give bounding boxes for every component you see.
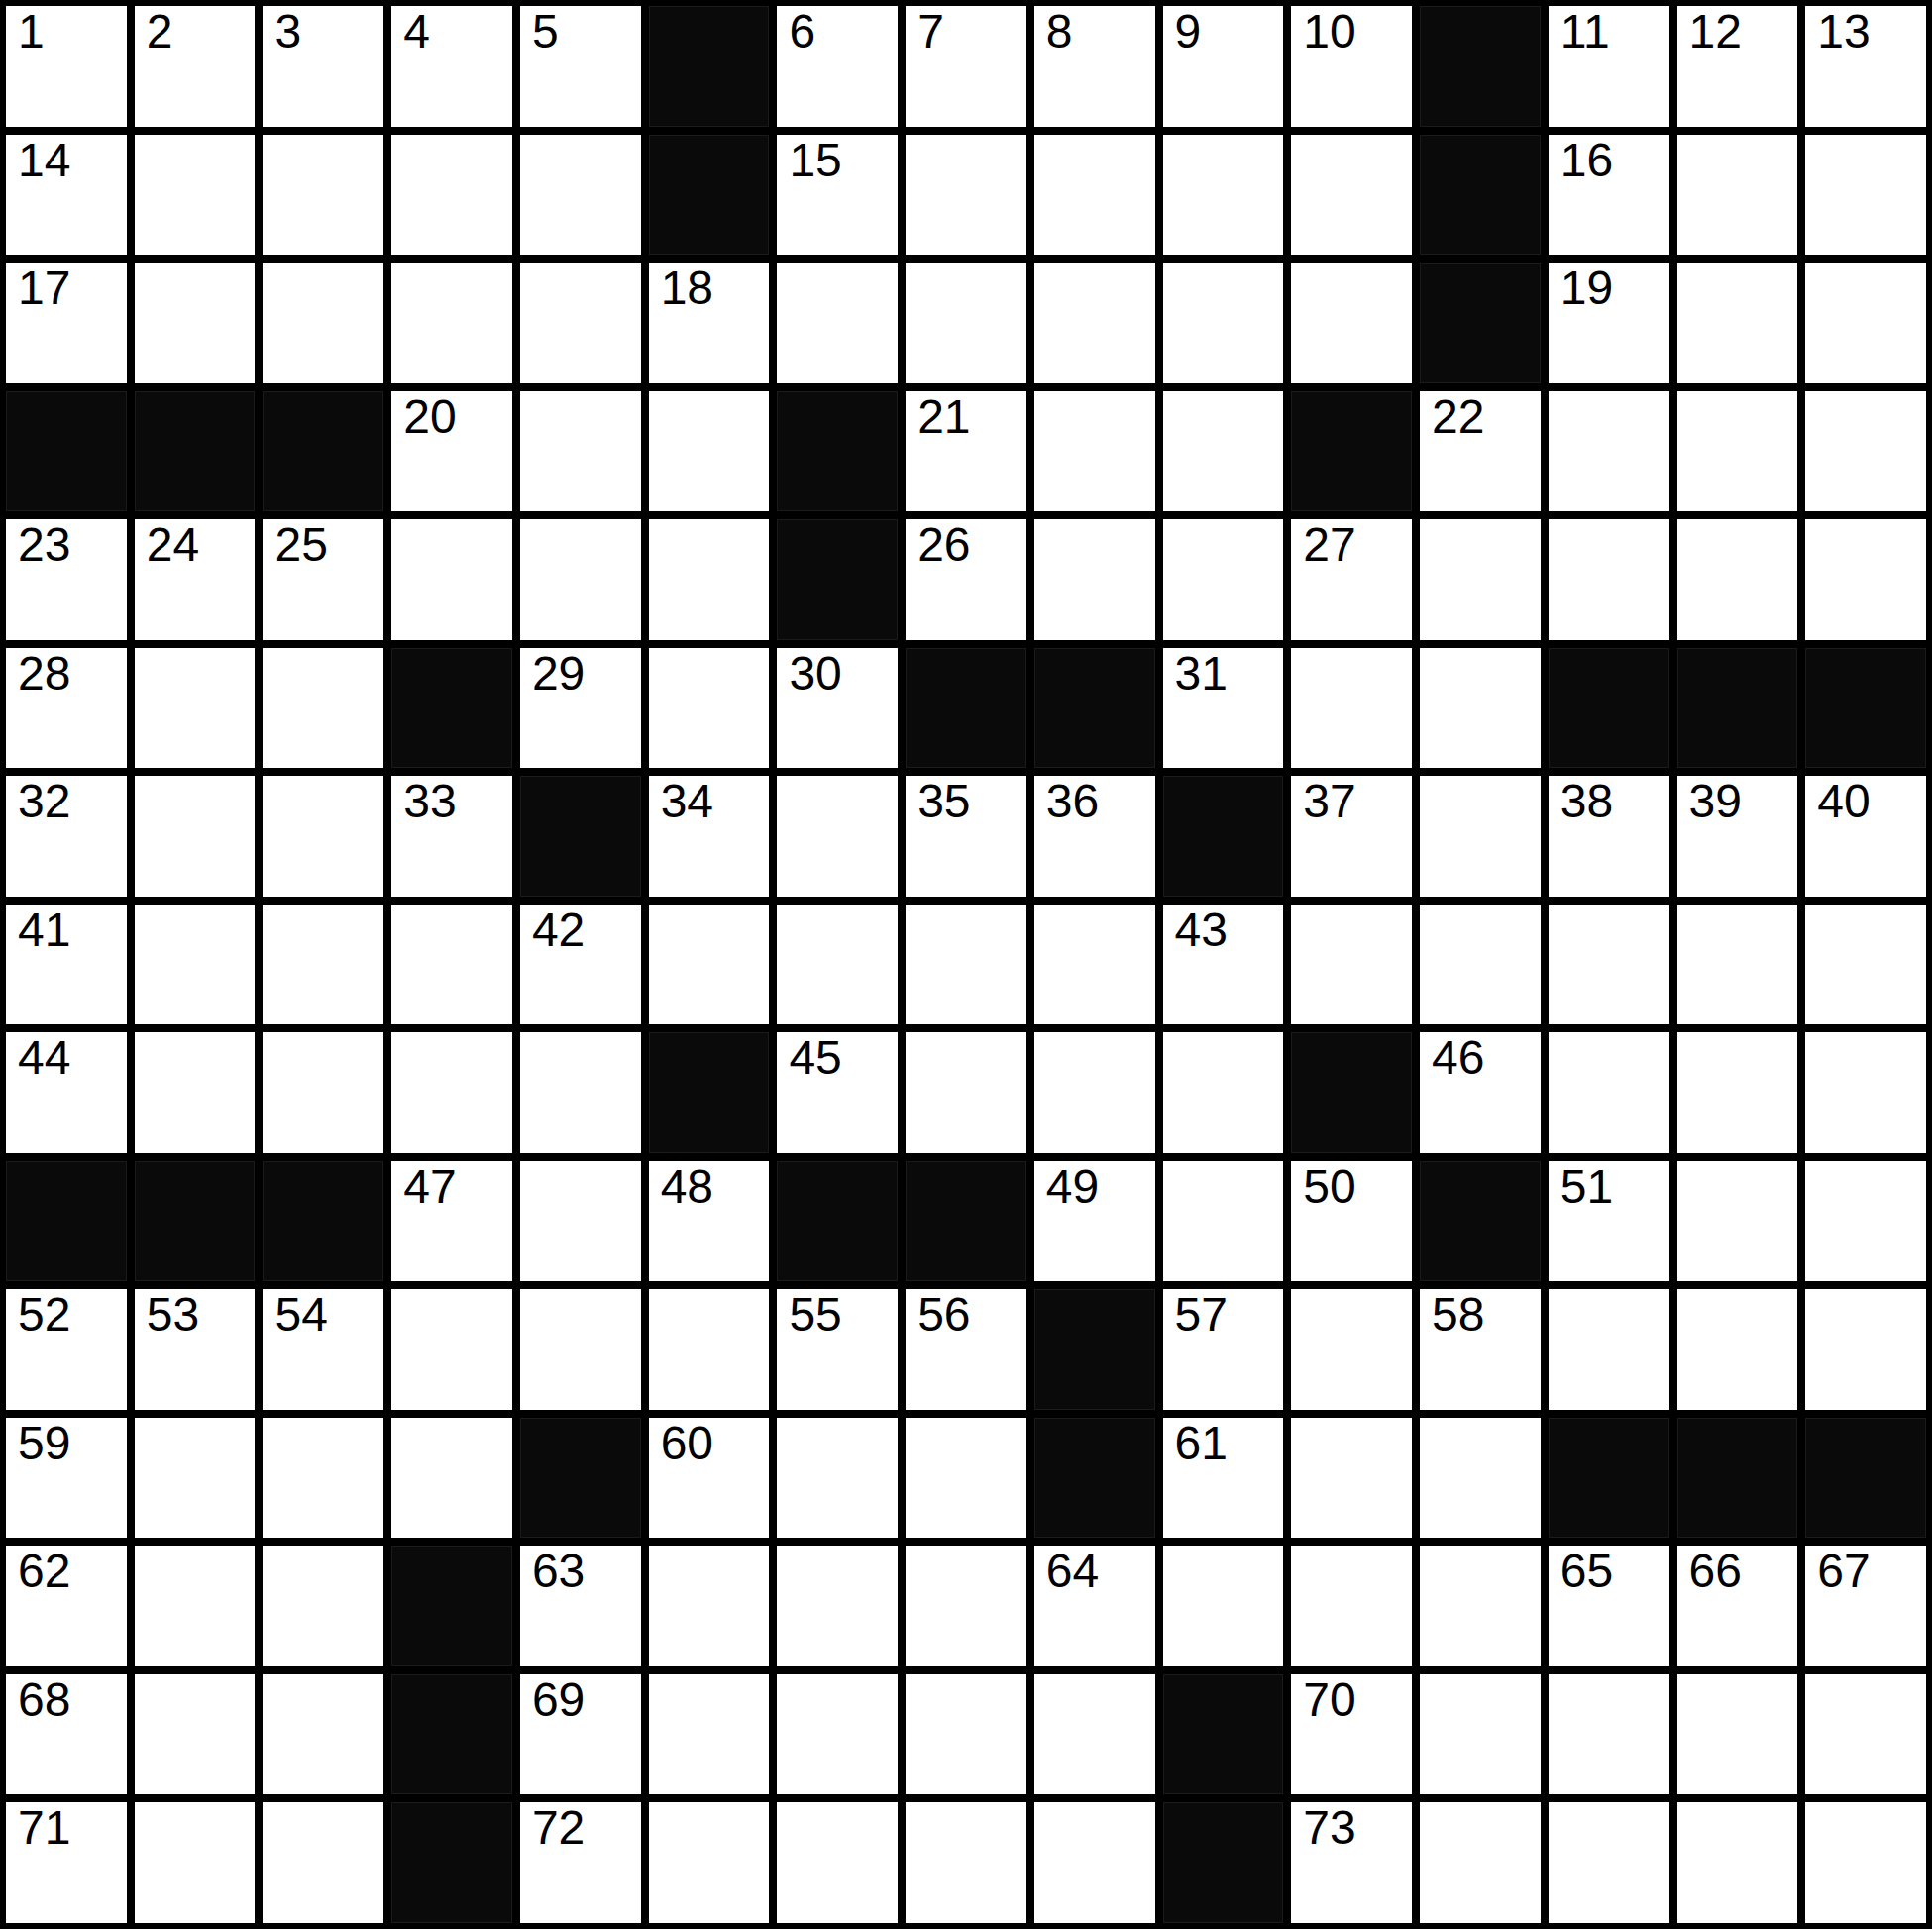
black-cell xyxy=(263,391,383,512)
clue-number: 64 xyxy=(1046,1548,1099,1595)
white-cell[interactable]: 8 xyxy=(1034,6,1155,127)
white-cell[interactable]: 65 xyxy=(1549,1546,1669,1666)
clue-number: 20 xyxy=(403,393,456,441)
white-cell[interactable] xyxy=(1677,1674,1798,1795)
white-cell[interactable]: 62 xyxy=(6,1546,127,1666)
white-cell[interactable]: 28 xyxy=(6,648,127,769)
clue-number: 8 xyxy=(1046,8,1073,55)
white-cell[interactable]: 40 xyxy=(1805,776,1926,897)
white-cell[interactable]: 4 xyxy=(391,6,512,127)
clue-number: 28 xyxy=(18,650,70,697)
white-cell[interactable] xyxy=(1805,1032,1926,1153)
clue-number: 21 xyxy=(917,393,970,441)
white-cell[interactable]: 25 xyxy=(263,519,383,640)
black-cell xyxy=(1034,1289,1155,1410)
white-cell[interactable] xyxy=(1034,263,1155,383)
black-cell xyxy=(391,1674,512,1795)
clue-number: 68 xyxy=(18,1676,70,1724)
white-cell[interactable] xyxy=(1805,1802,1926,1923)
clue-number: 9 xyxy=(1175,8,1202,55)
white-cell[interactable] xyxy=(777,263,898,383)
clue-number: 26 xyxy=(917,521,970,569)
white-cell[interactable] xyxy=(1805,1161,1926,1282)
white-cell[interactable]: 12 xyxy=(1677,6,1798,127)
clue-number: 59 xyxy=(18,1420,70,1467)
black-cell xyxy=(1549,1418,1669,1539)
white-cell[interactable]: 53 xyxy=(135,1289,256,1410)
white-cell[interactable] xyxy=(649,391,770,512)
white-cell[interactable] xyxy=(1163,1032,1284,1153)
black-cell xyxy=(1291,1032,1412,1153)
clue-number: 17 xyxy=(18,265,70,312)
white-cell[interactable]: 7 xyxy=(906,6,1026,127)
white-cell[interactable]: 63 xyxy=(520,1546,641,1666)
white-cell[interactable]: 1 xyxy=(6,6,127,127)
white-cell[interactable]: 11 xyxy=(1549,6,1669,127)
white-cell[interactable]: 35 xyxy=(906,776,1026,897)
clue-number: 14 xyxy=(18,137,70,184)
white-cell[interactable] xyxy=(1677,1289,1798,1410)
clue-number: 63 xyxy=(532,1548,585,1595)
white-cell[interactable] xyxy=(520,135,641,256)
clue-number: 2 xyxy=(147,8,173,55)
white-cell[interactable] xyxy=(1805,391,1926,512)
white-cell[interactable]: 26 xyxy=(906,519,1026,640)
white-cell[interactable] xyxy=(1677,519,1798,640)
black-cell xyxy=(135,391,256,512)
white-cell[interactable]: 55 xyxy=(777,1289,898,1410)
black-cell xyxy=(1420,1161,1541,1282)
clue-number: 38 xyxy=(1560,778,1613,825)
white-cell[interactable] xyxy=(520,263,641,383)
black-cell xyxy=(777,391,898,512)
white-cell[interactable]: 39 xyxy=(1677,776,1798,897)
black-cell xyxy=(649,1032,770,1153)
clue-number: 18 xyxy=(661,265,713,312)
white-cell[interactable] xyxy=(263,1418,383,1539)
white-cell[interactable]: 32 xyxy=(6,776,127,897)
white-cell[interactable] xyxy=(263,263,383,383)
white-cell[interactable] xyxy=(1677,1032,1798,1153)
white-cell[interactable]: 37 xyxy=(1291,776,1412,897)
white-cell[interactable]: 14 xyxy=(6,135,127,256)
white-cell[interactable] xyxy=(1549,391,1669,512)
clue-number: 52 xyxy=(18,1291,70,1339)
clue-number: 34 xyxy=(661,778,713,825)
clue-number: 73 xyxy=(1303,1804,1355,1852)
white-cell[interactable] xyxy=(135,1674,256,1795)
white-cell[interactable] xyxy=(1420,776,1541,897)
clue-number: 40 xyxy=(1817,778,1870,825)
white-cell[interactable] xyxy=(1163,391,1284,512)
white-cell[interactable] xyxy=(1291,1289,1412,1410)
black-cell xyxy=(649,135,770,256)
white-cell[interactable] xyxy=(1420,1674,1541,1795)
clue-number: 56 xyxy=(917,1291,970,1339)
clue-number: 49 xyxy=(1046,1163,1099,1211)
white-cell[interactable]: 49 xyxy=(1034,1161,1155,1282)
white-cell[interactable] xyxy=(1034,519,1155,640)
clue-number: 61 xyxy=(1175,1420,1228,1467)
white-cell[interactable]: 38 xyxy=(1549,776,1669,897)
white-cell[interactable] xyxy=(1291,648,1412,769)
clue-number: 4 xyxy=(403,8,430,55)
clue-number: 71 xyxy=(18,1804,70,1852)
white-cell[interactable] xyxy=(1291,1418,1412,1539)
black-cell xyxy=(135,1161,256,1282)
white-cell[interactable] xyxy=(135,776,256,897)
black-cell xyxy=(1034,648,1155,769)
clue-number: 19 xyxy=(1560,265,1613,312)
white-cell[interactable] xyxy=(1805,1289,1926,1410)
white-cell[interactable] xyxy=(1677,1161,1798,1282)
white-cell[interactable]: 69 xyxy=(520,1674,641,1795)
clue-number: 51 xyxy=(1560,1163,1613,1211)
white-cell[interactable] xyxy=(777,776,898,897)
white-cell[interactable]: 47 xyxy=(391,1161,512,1282)
white-cell[interactable] xyxy=(1163,1546,1284,1666)
black-cell xyxy=(1163,1802,1284,1923)
white-cell[interactable] xyxy=(1805,135,1926,256)
white-cell[interactable] xyxy=(777,1802,898,1923)
black-cell xyxy=(520,776,641,897)
white-cell[interactable] xyxy=(1805,905,1926,1025)
white-cell[interactable] xyxy=(263,776,383,897)
white-cell[interactable]: 33 xyxy=(391,776,512,897)
white-cell[interactable] xyxy=(906,1546,1026,1666)
white-cell[interactable] xyxy=(391,1418,512,1539)
clue-number: 23 xyxy=(18,521,70,569)
white-cell[interactable] xyxy=(135,263,256,383)
clue-number: 5 xyxy=(532,8,559,55)
clue-number: 6 xyxy=(789,8,815,55)
white-cell[interactable] xyxy=(1420,1418,1541,1539)
clue-number: 45 xyxy=(789,1034,841,1082)
black-cell xyxy=(1420,6,1541,127)
clue-number: 54 xyxy=(274,1291,327,1339)
white-cell[interactable] xyxy=(263,1032,383,1153)
white-cell[interactable] xyxy=(1163,135,1284,256)
white-cell[interactable] xyxy=(1034,135,1155,256)
white-cell[interactable] xyxy=(1677,135,1798,256)
white-cell[interactable] xyxy=(1420,519,1541,640)
black-cell xyxy=(1163,776,1284,897)
white-cell[interactable] xyxy=(263,1674,383,1795)
clue-number: 1 xyxy=(18,8,45,55)
clue-number: 16 xyxy=(1560,137,1613,184)
clue-number: 42 xyxy=(532,907,585,954)
white-cell[interactable] xyxy=(1420,905,1541,1025)
white-cell[interactable]: 71 xyxy=(6,1802,127,1923)
white-cell[interactable]: 3 xyxy=(263,6,383,127)
white-cell[interactable]: 20 xyxy=(391,391,512,512)
white-cell[interactable]: 58 xyxy=(1420,1289,1541,1410)
white-cell[interactable]: 61 xyxy=(1163,1418,1284,1539)
black-cell xyxy=(391,1546,512,1666)
black-cell xyxy=(520,1418,641,1539)
white-cell[interactable] xyxy=(1034,1802,1155,1923)
white-cell[interactable]: 29 xyxy=(520,648,641,769)
white-cell[interactable] xyxy=(135,1802,256,1923)
clue-number: 46 xyxy=(1432,1034,1484,1082)
white-cell[interactable] xyxy=(906,1418,1026,1539)
black-cell xyxy=(1420,263,1541,383)
clue-number: 47 xyxy=(403,1163,456,1211)
white-cell[interactable] xyxy=(1805,1674,1926,1795)
white-cell[interactable]: 50 xyxy=(1291,1161,1412,1282)
white-cell[interactable] xyxy=(1805,519,1926,640)
white-cell[interactable] xyxy=(649,1802,770,1923)
white-cell[interactable]: 43 xyxy=(1163,905,1284,1025)
white-cell[interactable] xyxy=(391,1289,512,1410)
black-cell xyxy=(1034,1418,1155,1539)
white-cell[interactable]: 16 xyxy=(1549,135,1669,256)
black-cell xyxy=(649,6,770,127)
white-cell[interactable] xyxy=(1549,519,1669,640)
black-cell xyxy=(391,648,512,769)
white-cell[interactable] xyxy=(777,1546,898,1666)
white-cell[interactable] xyxy=(391,135,512,256)
white-cell[interactable]: 72 xyxy=(520,1802,641,1923)
clue-number: 41 xyxy=(18,907,70,954)
white-cell[interactable]: 46 xyxy=(1420,1032,1541,1153)
white-cell[interactable] xyxy=(520,1032,641,1153)
white-cell[interactable] xyxy=(135,1546,256,1666)
white-cell[interactable]: 54 xyxy=(263,1289,383,1410)
black-cell xyxy=(1163,1674,1284,1795)
clue-number: 48 xyxy=(661,1163,713,1211)
white-cell[interactable] xyxy=(391,519,512,640)
clue-number: 55 xyxy=(789,1291,841,1339)
white-cell[interactable] xyxy=(263,1802,383,1923)
white-cell[interactable]: 56 xyxy=(906,1289,1026,1410)
clue-number: 43 xyxy=(1175,907,1228,954)
white-cell[interactable] xyxy=(1034,905,1155,1025)
white-cell[interactable] xyxy=(520,1289,641,1410)
black-cell xyxy=(1291,391,1412,512)
white-cell[interactable] xyxy=(520,391,641,512)
clue-number: 27 xyxy=(1303,521,1355,569)
black-cell xyxy=(391,1802,512,1923)
white-cell[interactable] xyxy=(135,1032,256,1153)
clue-number: 60 xyxy=(661,1420,713,1467)
clue-number: 66 xyxy=(1689,1548,1742,1595)
white-cell[interactable] xyxy=(1163,519,1284,640)
white-cell[interactable] xyxy=(649,1674,770,1795)
white-cell[interactable]: 22 xyxy=(1420,391,1541,512)
clue-number: 10 xyxy=(1303,8,1355,55)
black-cell xyxy=(777,1161,898,1282)
white-cell[interactable]: 36 xyxy=(1034,776,1155,897)
white-cell[interactable]: 10 xyxy=(1291,6,1412,127)
clue-number: 11 xyxy=(1560,8,1610,55)
white-cell[interactable] xyxy=(649,1546,770,1666)
white-cell[interactable]: 15 xyxy=(777,135,898,256)
clue-number: 13 xyxy=(1817,8,1870,55)
white-cell[interactable]: 31 xyxy=(1163,648,1284,769)
white-cell[interactable]: 70 xyxy=(1291,1674,1412,1795)
white-cell[interactable]: 17 xyxy=(6,263,127,383)
white-cell[interactable] xyxy=(1549,1032,1669,1153)
black-cell xyxy=(1549,648,1669,769)
white-cell[interactable]: 45 xyxy=(777,1032,898,1153)
clue-number: 67 xyxy=(1817,1548,1870,1595)
white-cell[interactable]: 68 xyxy=(6,1674,127,1795)
clue-number: 50 xyxy=(1303,1163,1355,1211)
clue-number: 44 xyxy=(18,1034,70,1082)
white-cell[interactable]: 60 xyxy=(649,1418,770,1539)
white-cell[interactable] xyxy=(1163,263,1284,383)
white-cell[interactable] xyxy=(777,1418,898,1539)
clue-number: 25 xyxy=(274,521,327,569)
white-cell[interactable]: 24 xyxy=(135,519,256,640)
white-cell[interactable] xyxy=(391,905,512,1025)
clue-number: 37 xyxy=(1303,778,1355,825)
white-cell[interactable]: 23 xyxy=(6,519,127,640)
clue-number: 57 xyxy=(1175,1291,1228,1339)
white-cell[interactable]: 66 xyxy=(1677,1546,1798,1666)
white-cell[interactable] xyxy=(1291,1546,1412,1666)
white-cell[interactable] xyxy=(649,1289,770,1410)
white-cell[interactable] xyxy=(777,905,898,1025)
black-cell xyxy=(1420,135,1541,256)
white-cell[interactable] xyxy=(520,519,641,640)
white-cell[interactable] xyxy=(1420,1546,1541,1666)
white-cell[interactable] xyxy=(135,648,256,769)
clue-number: 15 xyxy=(789,137,841,184)
white-cell[interactable]: 59 xyxy=(6,1418,127,1539)
clue-number: 33 xyxy=(403,778,456,825)
black-cell xyxy=(6,1161,127,1282)
white-cell[interactable]: 27 xyxy=(1291,519,1412,640)
white-cell[interactable] xyxy=(906,1032,1026,1153)
black-cell xyxy=(906,1161,1026,1282)
white-cell[interactable] xyxy=(263,1546,383,1666)
white-cell[interactable]: 67 xyxy=(1805,1546,1926,1666)
white-cell[interactable] xyxy=(1291,263,1412,383)
black-cell xyxy=(906,648,1026,769)
clue-number: 7 xyxy=(917,8,944,55)
white-cell[interactable] xyxy=(1034,391,1155,512)
white-cell[interactable]: 5 xyxy=(520,6,641,127)
white-cell[interactable] xyxy=(1291,905,1412,1025)
white-cell[interactable]: 44 xyxy=(6,1032,127,1153)
clue-number: 3 xyxy=(274,8,301,55)
white-cell[interactable]: 52 xyxy=(6,1289,127,1410)
white-cell[interactable]: 51 xyxy=(1549,1161,1669,1282)
black-cell xyxy=(6,391,127,512)
white-cell[interactable] xyxy=(263,648,383,769)
white-cell[interactable]: 9 xyxy=(1163,6,1284,127)
white-cell[interactable] xyxy=(1549,1289,1669,1410)
crossword-grid: 1234567891011121314151617181920212223242… xyxy=(0,0,1932,1929)
white-cell[interactable] xyxy=(1805,263,1926,383)
white-cell[interactable] xyxy=(391,263,512,383)
white-cell[interactable] xyxy=(520,1161,641,1282)
white-cell[interactable]: 18 xyxy=(649,263,770,383)
white-cell[interactable] xyxy=(777,1674,898,1795)
white-cell[interactable] xyxy=(1163,1161,1284,1282)
white-cell[interactable]: 19 xyxy=(1549,263,1669,383)
white-cell[interactable] xyxy=(1034,1674,1155,1795)
white-cell[interactable] xyxy=(1677,391,1798,512)
clue-number: 36 xyxy=(1046,778,1099,825)
white-cell[interactable] xyxy=(649,648,770,769)
black-cell xyxy=(1677,1418,1798,1539)
white-cell[interactable] xyxy=(263,135,383,256)
clue-number: 39 xyxy=(1689,778,1742,825)
white-cell[interactable] xyxy=(649,519,770,640)
white-cell[interactable] xyxy=(649,905,770,1025)
white-cell[interactable]: 2 xyxy=(135,6,256,127)
white-cell[interactable] xyxy=(1677,1802,1798,1923)
white-cell[interactable] xyxy=(906,135,1026,256)
clue-number: 30 xyxy=(789,650,841,697)
white-cell[interactable] xyxy=(906,1802,1026,1923)
white-cell[interactable]: 57 xyxy=(1163,1289,1284,1410)
white-cell[interactable]: 21 xyxy=(906,391,1026,512)
white-cell[interactable] xyxy=(1291,135,1412,256)
white-cell[interactable] xyxy=(1677,905,1798,1025)
clue-number: 31 xyxy=(1175,650,1228,697)
white-cell[interactable]: 6 xyxy=(777,6,898,127)
white-cell[interactable] xyxy=(1420,648,1541,769)
white-cell[interactable] xyxy=(1677,263,1798,383)
white-cell[interactable]: 42 xyxy=(520,905,641,1025)
black-cell xyxy=(1805,1418,1926,1539)
white-cell[interactable]: 48 xyxy=(649,1161,770,1282)
clue-number: 62 xyxy=(18,1548,70,1595)
white-cell[interactable]: 64 xyxy=(1034,1546,1155,1666)
white-cell[interactable] xyxy=(1549,905,1669,1025)
white-cell[interactable] xyxy=(906,905,1026,1025)
black-cell xyxy=(1677,648,1798,769)
white-cell[interactable] xyxy=(906,263,1026,383)
clue-number: 29 xyxy=(532,650,585,697)
clue-number: 35 xyxy=(917,778,970,825)
white-cell[interactable] xyxy=(906,1674,1026,1795)
white-cell[interactable]: 13 xyxy=(1805,6,1926,127)
white-cell[interactable] xyxy=(1420,1802,1541,1923)
white-cell[interactable]: 41 xyxy=(6,905,127,1025)
clue-number: 24 xyxy=(147,521,199,569)
white-cell[interactable] xyxy=(135,905,256,1025)
clue-number: 69 xyxy=(532,1676,585,1724)
black-cell xyxy=(1805,648,1926,769)
white-cell[interactable] xyxy=(1549,1674,1669,1795)
clue-number: 12 xyxy=(1689,8,1742,55)
clue-number: 32 xyxy=(18,778,70,825)
white-cell[interactable] xyxy=(1034,1032,1155,1153)
clue-number: 70 xyxy=(1303,1676,1355,1724)
clue-number: 58 xyxy=(1432,1291,1484,1339)
white-cell[interactable]: 73 xyxy=(1291,1802,1412,1923)
white-cell[interactable] xyxy=(1549,1802,1669,1923)
black-cell xyxy=(777,519,898,640)
white-cell[interactable] xyxy=(135,1418,256,1539)
white-cell[interactable]: 34 xyxy=(649,776,770,897)
clue-number: 65 xyxy=(1560,1548,1613,1595)
clue-number: 22 xyxy=(1432,393,1484,441)
white-cell[interactable]: 30 xyxy=(777,648,898,769)
clue-number: 53 xyxy=(147,1291,199,1339)
white-cell[interactable] xyxy=(263,905,383,1025)
clue-number: 72 xyxy=(532,1804,585,1852)
black-cell xyxy=(263,1161,383,1282)
white-cell[interactable] xyxy=(135,135,256,256)
white-cell[interactable] xyxy=(391,1032,512,1153)
